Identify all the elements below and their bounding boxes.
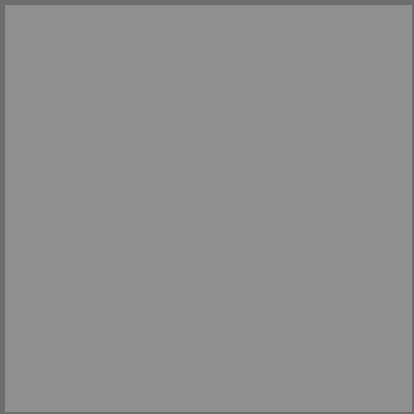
- board-frame: [0, 0, 414, 414]
- chess-board: [15, 15, 399, 399]
